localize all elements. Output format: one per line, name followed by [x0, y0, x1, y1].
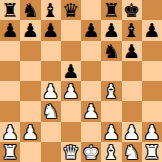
white-pawn: ♟: [42, 81, 59, 101]
black-pawn: ♟: [103, 20, 120, 40]
square-e4[interactable]: [81, 81, 101, 101]
square-d4[interactable]: ♟: [61, 81, 81, 101]
black-pawn: ♟: [22, 20, 39, 40]
square-h2[interactable]: ♟: [142, 122, 162, 142]
white-pawn: ♟: [103, 122, 120, 142]
square-a1[interactable]: ♜: [0, 142, 20, 162]
black-pawn: ♟: [143, 20, 160, 40]
square-c7[interactable]: ♟: [41, 20, 61, 40]
square-a3[interactable]: [0, 101, 20, 121]
white-rook: ♜: [143, 142, 160, 162]
square-c2[interactable]: [41, 122, 61, 142]
square-a2[interactable]: ♟: [0, 122, 20, 142]
square-d5[interactable]: ♟: [61, 61, 81, 81]
square-b1[interactable]: [20, 142, 40, 162]
square-f4[interactable]: ♝: [101, 81, 121, 101]
square-b6[interactable]: [20, 41, 40, 61]
square-c3[interactable]: ♞: [41, 101, 61, 121]
white-pawn: ♟: [123, 122, 140, 142]
square-c6[interactable]: [41, 41, 61, 61]
square-g3[interactable]: [122, 101, 142, 121]
square-c4[interactable]: ♟: [41, 81, 61, 101]
square-g8[interactable]: ♚: [122, 0, 142, 20]
white-pawn: ♟: [83, 101, 100, 121]
square-e3[interactable]: ♟: [81, 101, 101, 121]
square-f6[interactable]: ♞: [101, 41, 121, 61]
black-pawn: ♟: [83, 20, 100, 40]
square-f3[interactable]: [101, 101, 121, 121]
square-a4[interactable]: [0, 81, 20, 101]
square-h3[interactable]: [142, 101, 162, 121]
white-queen: ♛: [62, 142, 79, 162]
square-g2[interactable]: ♟: [122, 122, 142, 142]
square-g7[interactable]: ♝: [122, 20, 142, 40]
square-f5[interactable]: [101, 61, 121, 81]
square-d1[interactable]: ♛: [61, 142, 81, 162]
square-b4[interactable]: [20, 81, 40, 101]
black-rook: ♜: [103, 0, 120, 20]
white-bishop: ♝: [103, 142, 120, 162]
square-e8[interactable]: [81, 0, 101, 20]
white-pawn: ♟: [62, 81, 79, 101]
black-knight: ♞: [22, 0, 39, 20]
white-knight: ♞: [123, 142, 140, 162]
square-d3[interactable]: [61, 101, 81, 121]
square-f2[interactable]: ♟: [101, 122, 121, 142]
square-c8[interactable]: ♝: [41, 0, 61, 20]
square-a6[interactable]: [0, 41, 20, 61]
square-e1[interactable]: ♚: [81, 142, 101, 162]
square-b3[interactable]: [20, 101, 40, 121]
square-f1[interactable]: ♝: [101, 142, 121, 162]
square-h4[interactable]: [142, 81, 162, 101]
square-e7[interactable]: ♟: [81, 20, 101, 40]
square-d6[interactable]: [61, 41, 81, 61]
black-pawn: ♟: [2, 20, 19, 40]
square-a8[interactable]: ♜: [0, 0, 20, 20]
black-pawn: ♟: [123, 41, 140, 61]
square-b5[interactable]: [20, 61, 40, 81]
black-pawn: ♟: [62, 61, 79, 81]
square-h8[interactable]: [142, 0, 162, 20]
square-g1[interactable]: ♞: [122, 142, 142, 162]
square-b7[interactable]: ♟: [20, 20, 40, 40]
white-rook: ♜: [2, 142, 19, 162]
black-king: ♚: [123, 0, 140, 20]
square-h6[interactable]: [142, 41, 162, 61]
black-queen: ♛: [62, 0, 79, 20]
white-pawn: ♟: [2, 122, 19, 142]
square-h5[interactable]: [142, 61, 162, 81]
white-pawn: ♟: [22, 122, 39, 142]
white-bishop: ♝: [103, 81, 120, 101]
square-e6[interactable]: [81, 41, 101, 61]
black-rook: ♜: [2, 0, 19, 20]
black-bishop: ♝: [123, 20, 140, 40]
square-h7[interactable]: ♟: [142, 20, 162, 40]
square-a7[interactable]: ♟: [0, 20, 20, 40]
square-f8[interactable]: ♜: [101, 0, 121, 20]
square-d2[interactable]: [61, 122, 81, 142]
white-knight: ♞: [42, 101, 59, 121]
black-knight: ♞: [103, 41, 120, 61]
square-h1[interactable]: ♜: [142, 142, 162, 162]
square-g4[interactable]: [122, 81, 142, 101]
white-pawn: ♟: [143, 122, 160, 142]
square-g5[interactable]: [122, 61, 142, 81]
square-b2[interactable]: ♟: [20, 122, 40, 142]
square-f7[interactable]: ♟: [101, 20, 121, 40]
square-e2[interactable]: [81, 122, 101, 142]
square-a5[interactable]: [0, 61, 20, 81]
square-b8[interactable]: ♞: [20, 0, 40, 20]
square-e5[interactable]: [81, 61, 101, 81]
square-d8[interactable]: ♛: [61, 0, 81, 20]
chess-board: ♜♞♝♛♜♚♟♟♟♟♟♝♟♞♟♟♟♟♝♞♟♟♟♟♟♟♜♛♚♝♞♜: [0, 0, 162, 162]
square-g6[interactable]: ♟: [122, 41, 142, 61]
square-c5[interactable]: [41, 61, 61, 81]
black-pawn: ♟: [42, 20, 59, 40]
square-d7[interactable]: [61, 20, 81, 40]
square-c1[interactable]: [41, 142, 61, 162]
black-bishop: ♝: [42, 0, 59, 20]
white-king: ♚: [83, 142, 100, 162]
